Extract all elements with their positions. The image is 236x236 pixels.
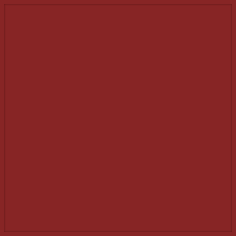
chess-board xyxy=(4,4,232,232)
board-frame xyxy=(0,0,236,236)
